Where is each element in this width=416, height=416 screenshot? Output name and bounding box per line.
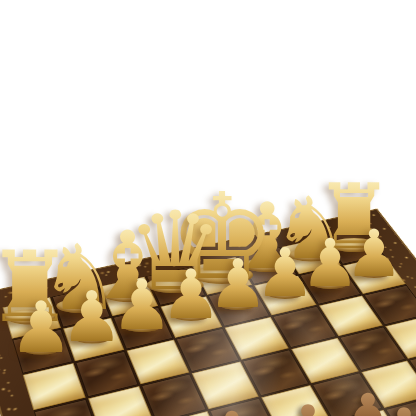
board-perspective: [0, 0, 416, 416]
chess-board: [0, 209, 416, 416]
board-grid: [3, 229, 416, 416]
scene: ♜♞♝♟♚♟♛♟♝♟♞♟♜♟♟♟♟♟♟♟: [0, 0, 416, 416]
